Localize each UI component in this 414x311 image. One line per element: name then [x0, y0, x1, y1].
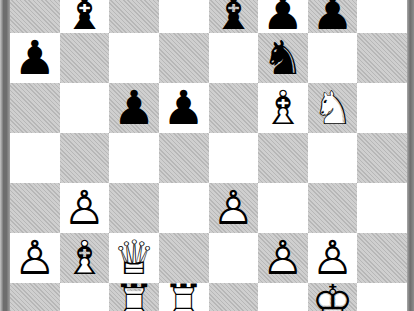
square-f5: ♝♗ [258, 83, 308, 133]
square-b2: ♝♗ [60, 233, 110, 283]
piece-white-outline: ♘ [311, 80, 353, 135]
piece-white-outline: ♙ [63, 180, 105, 235]
square-g5: ♞♘ [308, 83, 358, 133]
board-border-left [0, 0, 10, 311]
square-c5: ♟ [109, 83, 159, 133]
piece-white-pawn-icon: ♟♙ [10, 233, 60, 283]
square-h3 [357, 183, 407, 233]
square-b1 [60, 283, 110, 311]
piece-white-knight-icon: ♞♘ [308, 83, 358, 133]
square-d1: ♜♖ [159, 283, 209, 311]
square-h4 [357, 133, 407, 183]
square-a6: ♟ [10, 33, 60, 83]
square-c1: ♜♖ [109, 283, 159, 311]
square-e3: ♟♙ [209, 183, 259, 233]
square-b6 [60, 33, 110, 83]
square-e2 [209, 233, 259, 283]
piece-white-outline: ♙ [14, 230, 56, 285]
square-a2: ♟♙ [10, 233, 60, 283]
square-h5 [357, 83, 407, 133]
square-f4 [258, 133, 308, 183]
chess-board: ♝♝♟♟♟♞♟♟♝♗♞♘♟♙♟♙♟♙♝♗♛♕♟♙♟♙♜♖♜♖♚♔ [10, 0, 407, 311]
chess-diagram: ♝♝♟♟♟♞♟♟♝♗♞♘♟♙♟♙♟♙♝♗♛♕♟♙♟♙♜♖♜♖♚♔ [0, 0, 414, 311]
square-g4 [308, 133, 358, 183]
square-c7 [109, 0, 159, 33]
square-h6 [357, 33, 407, 83]
square-b7: ♝ [60, 0, 110, 33]
square-e6 [209, 33, 259, 83]
square-f6: ♞ [258, 33, 308, 83]
square-f2: ♟♙ [258, 233, 308, 283]
square-d6 [159, 33, 209, 83]
piece-white-pawn-icon: ♟♙ [209, 183, 259, 233]
square-d3 [159, 183, 209, 233]
square-b4 [60, 133, 110, 183]
square-h7 [357, 0, 407, 33]
piece-white-outline: ♗ [63, 230, 105, 285]
piece-white-outline: ♔ [311, 274, 353, 311]
square-b5 [60, 83, 110, 133]
square-c3 [109, 183, 159, 233]
square-a3 [10, 183, 60, 233]
piece-white-rook-icon: ♜♖ [109, 277, 159, 311]
square-d5: ♟ [159, 83, 209, 133]
piece-white-outline: ♙ [212, 180, 254, 235]
square-g3 [308, 183, 358, 233]
piece-black-pawn-icon: ♟ [10, 33, 60, 83]
square-e1 [209, 283, 259, 311]
square-d4 [159, 133, 209, 183]
square-g7: ♟ [308, 0, 358, 33]
square-a4 [10, 133, 60, 183]
square-g1: ♚♔ [308, 283, 358, 311]
square-h1 [357, 283, 407, 311]
square-a1 [10, 283, 60, 311]
piece-white-bishop-icon: ♝♗ [258, 83, 308, 133]
square-b3: ♟♙ [60, 183, 110, 233]
square-c6 [109, 33, 159, 83]
square-f7: ♟ [258, 0, 308, 33]
square-a7 [10, 0, 60, 33]
piece-white-pawn-icon: ♟♙ [60, 183, 110, 233]
piece-black-knight-icon: ♞ [258, 33, 308, 83]
square-d7 [159, 0, 209, 33]
piece-white-bishop-icon: ♝♗ [60, 233, 110, 283]
square-c4 [109, 133, 159, 183]
piece-white-outline: ♖ [113, 274, 155, 311]
square-f3 [258, 183, 308, 233]
square-f1 [258, 283, 308, 311]
piece-white-rook-icon: ♜♖ [159, 277, 209, 311]
piece-white-outline: ♙ [262, 230, 304, 285]
piece-white-king-icon: ♚♔ [308, 277, 358, 311]
square-h2 [357, 233, 407, 283]
square-e5 [209, 83, 259, 133]
square-g6 [308, 33, 358, 83]
piece-white-outline: ♖ [163, 274, 205, 311]
piece-black-pawn-icon: ♟ [159, 83, 209, 133]
square-a5 [10, 83, 60, 133]
piece-white-outline: ♗ [262, 80, 304, 135]
piece-white-pawn-icon: ♟♙ [258, 233, 308, 283]
square-e7: ♝ [209, 0, 259, 33]
piece-black-pawn-icon: ♟ [109, 83, 159, 133]
square-e4 [209, 133, 259, 183]
board-border-right [407, 0, 414, 311]
